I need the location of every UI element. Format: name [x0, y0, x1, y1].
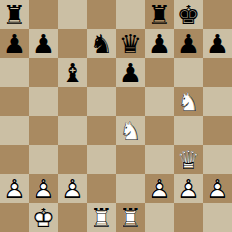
- piece-outline-glyph: ♙: [145, 174, 174, 203]
- piece-fill-glyph: ♟: [145, 29, 174, 58]
- square-c5[interactable]: [58, 87, 87, 116]
- square-f5[interactable]: [145, 87, 174, 116]
- square-b5[interactable]: [29, 87, 58, 116]
- piece-outline-glyph: ♖: [116, 203, 145, 232]
- square-h6[interactable]: [203, 58, 232, 87]
- square-e2[interactable]: [116, 174, 145, 203]
- square-e6[interactable]: ♟: [116, 58, 145, 87]
- square-g8[interactable]: ♚: [174, 0, 203, 29]
- white-rook[interactable]: ♜♖: [87, 203, 116, 232]
- square-f8[interactable]: ♜: [145, 0, 174, 29]
- square-h1[interactable]: [203, 203, 232, 232]
- white-queen[interactable]: ♛♕: [174, 145, 203, 174]
- piece-fill-glyph: ♛: [116, 29, 145, 58]
- square-e4[interactable]: ♞♘: [116, 116, 145, 145]
- square-g6[interactable]: [174, 58, 203, 87]
- black-pawn[interactable]: ♟: [29, 29, 58, 58]
- chess-board: ♜♜♚♟♟♞♛♟♟♟♝♟♞♘♞♘♛♕♟♙♟♙♟♙♟♙♟♙♟♙♚♔♜♖♜♖: [0, 0, 232, 232]
- square-g4[interactable]: [174, 116, 203, 145]
- white-knight[interactable]: ♞♘: [174, 87, 203, 116]
- square-h8[interactable]: [203, 0, 232, 29]
- square-e1[interactable]: ♜♖: [116, 203, 145, 232]
- square-d7[interactable]: ♞: [87, 29, 116, 58]
- square-f2[interactable]: ♟♙: [145, 174, 174, 203]
- square-b2[interactable]: ♟♙: [29, 174, 58, 203]
- piece-fill-glyph: ♜: [145, 0, 174, 29]
- square-b3[interactable]: [29, 145, 58, 174]
- square-a1[interactable]: [0, 203, 29, 232]
- square-a6[interactable]: [0, 58, 29, 87]
- square-a5[interactable]: [0, 87, 29, 116]
- square-c7[interactable]: [58, 29, 87, 58]
- square-h4[interactable]: [203, 116, 232, 145]
- piece-fill-glyph: ♟: [0, 29, 29, 58]
- square-d4[interactable]: [87, 116, 116, 145]
- square-c2[interactable]: ♟♙: [58, 174, 87, 203]
- black-rook[interactable]: ♜: [0, 0, 29, 29]
- square-c8[interactable]: [58, 0, 87, 29]
- square-e5[interactable]: [116, 87, 145, 116]
- square-a7[interactable]: ♟: [0, 29, 29, 58]
- square-g5[interactable]: ♞♘: [174, 87, 203, 116]
- black-pawn[interactable]: ♟: [203, 29, 232, 58]
- square-f7[interactable]: ♟: [145, 29, 174, 58]
- square-h3[interactable]: [203, 145, 232, 174]
- square-h5[interactable]: [203, 87, 232, 116]
- square-g3[interactable]: ♛♕: [174, 145, 203, 174]
- white-king[interactable]: ♚♔: [29, 203, 58, 232]
- white-knight[interactable]: ♞♘: [116, 116, 145, 145]
- piece-outline-glyph: ♙: [29, 174, 58, 203]
- square-b7[interactable]: ♟: [29, 29, 58, 58]
- black-pawn[interactable]: ♟: [116, 58, 145, 87]
- square-e3[interactable]: [116, 145, 145, 174]
- square-d8[interactable]: [87, 0, 116, 29]
- piece-fill-glyph: ♝: [58, 58, 87, 87]
- square-a3[interactable]: [0, 145, 29, 174]
- white-pawn[interactable]: ♟♙: [174, 174, 203, 203]
- square-b6[interactable]: [29, 58, 58, 87]
- square-a4[interactable]: [0, 116, 29, 145]
- square-a8[interactable]: ♜: [0, 0, 29, 29]
- piece-outline-glyph: ♙: [58, 174, 87, 203]
- black-rook[interactable]: ♜: [145, 0, 174, 29]
- square-b1[interactable]: ♚♔: [29, 203, 58, 232]
- black-queen[interactable]: ♛: [116, 29, 145, 58]
- piece-outline-glyph: ♙: [174, 174, 203, 203]
- square-d6[interactable]: [87, 58, 116, 87]
- black-pawn[interactable]: ♟: [174, 29, 203, 58]
- square-f6[interactable]: [145, 58, 174, 87]
- square-e8[interactable]: [116, 0, 145, 29]
- white-pawn[interactable]: ♟♙: [203, 174, 232, 203]
- black-pawn[interactable]: ♟: [0, 29, 29, 58]
- square-g2[interactable]: ♟♙: [174, 174, 203, 203]
- piece-outline-glyph: ♔: [29, 203, 58, 232]
- piece-fill-glyph: ♜: [0, 0, 29, 29]
- piece-outline-glyph: ♙: [203, 174, 232, 203]
- square-b8[interactable]: [29, 0, 58, 29]
- black-bishop[interactable]: ♝: [58, 58, 87, 87]
- square-c1[interactable]: [58, 203, 87, 232]
- black-pawn[interactable]: ♟: [145, 29, 174, 58]
- square-a2[interactable]: ♟♙: [0, 174, 29, 203]
- piece-outline-glyph: ♕: [174, 145, 203, 174]
- piece-fill-glyph: ♟: [116, 58, 145, 87]
- black-knight[interactable]: ♞: [87, 29, 116, 58]
- square-g1[interactable]: [174, 203, 203, 232]
- white-pawn[interactable]: ♟♙: [0, 174, 29, 203]
- square-c4[interactable]: [58, 116, 87, 145]
- piece-fill-glyph: ♟: [174, 29, 203, 58]
- square-e7[interactable]: ♛: [116, 29, 145, 58]
- piece-fill-glyph: ♟: [29, 29, 58, 58]
- white-rook[interactable]: ♜♖: [116, 203, 145, 232]
- square-h2[interactable]: ♟♙: [203, 174, 232, 203]
- square-c3[interactable]: [58, 145, 87, 174]
- piece-fill-glyph: ♞: [87, 29, 116, 58]
- piece-outline-glyph: ♘: [174, 87, 203, 116]
- white-pawn[interactable]: ♟♙: [145, 174, 174, 203]
- square-f1[interactable]: [145, 203, 174, 232]
- black-king[interactable]: ♚: [174, 0, 203, 29]
- square-h7[interactable]: ♟: [203, 29, 232, 58]
- piece-outline-glyph: ♘: [116, 116, 145, 145]
- square-f3[interactable]: [145, 145, 174, 174]
- piece-fill-glyph: ♚: [174, 0, 203, 29]
- piece-outline-glyph: ♖: [87, 203, 116, 232]
- square-g7[interactable]: ♟: [174, 29, 203, 58]
- square-c6[interactable]: ♝: [58, 58, 87, 87]
- square-f4[interactable]: [145, 116, 174, 145]
- square-d2[interactable]: [87, 174, 116, 203]
- white-pawn[interactable]: ♟♙: [29, 174, 58, 203]
- square-b4[interactable]: [29, 116, 58, 145]
- white-pawn[interactable]: ♟♙: [58, 174, 87, 203]
- piece-fill-glyph: ♟: [203, 29, 232, 58]
- piece-outline-glyph: ♙: [0, 174, 29, 203]
- square-d3[interactable]: [87, 145, 116, 174]
- square-d1[interactable]: ♜♖: [87, 203, 116, 232]
- square-d5[interactable]: [87, 87, 116, 116]
